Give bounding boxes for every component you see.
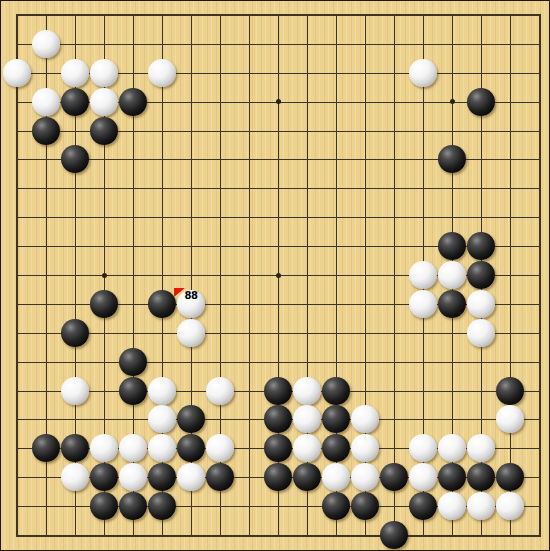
white-stone xyxy=(148,59,176,87)
white-stone xyxy=(409,261,437,289)
white-stone xyxy=(206,377,234,405)
black-stone xyxy=(351,492,379,520)
black-stone xyxy=(148,492,176,520)
black-stone xyxy=(322,377,350,405)
white-stone xyxy=(409,290,437,318)
black-stone xyxy=(496,377,524,405)
white-stone xyxy=(438,492,466,520)
move-number-label: 88 xyxy=(177,290,205,318)
black-stone xyxy=(438,290,466,318)
black-stone xyxy=(467,88,495,116)
black-stone xyxy=(32,117,60,145)
black-stone xyxy=(148,290,176,318)
white-stone xyxy=(409,59,437,87)
black-stone xyxy=(467,261,495,289)
black-stone xyxy=(90,117,118,145)
white-stone xyxy=(3,59,31,87)
black-stone xyxy=(90,492,118,520)
black-stone xyxy=(438,232,466,260)
white-stone xyxy=(467,319,495,347)
black-stone xyxy=(61,88,89,116)
black-stone xyxy=(119,88,147,116)
white-stone xyxy=(32,88,60,116)
white-stone xyxy=(32,30,60,58)
white-stone xyxy=(467,290,495,318)
white-stone xyxy=(90,59,118,87)
star-point xyxy=(450,99,455,104)
black-stone xyxy=(119,377,147,405)
white-stone xyxy=(90,88,118,116)
black-stone xyxy=(322,492,350,520)
black-stone xyxy=(264,377,292,405)
white-stone: 88 xyxy=(177,290,205,318)
black-stone xyxy=(380,521,408,549)
black-stone xyxy=(467,232,495,260)
white-stone xyxy=(61,377,89,405)
black-stone xyxy=(90,290,118,318)
white-stone xyxy=(177,319,205,347)
black-stone xyxy=(409,492,437,520)
black-stone xyxy=(119,492,147,520)
white-stone xyxy=(61,59,89,87)
white-stone xyxy=(467,492,495,520)
black-stone xyxy=(119,348,147,376)
star-point xyxy=(102,273,107,278)
black-stone xyxy=(61,319,89,347)
white-stone xyxy=(496,492,524,520)
white-stone xyxy=(148,377,176,405)
star-point xyxy=(276,273,281,278)
star-point xyxy=(276,99,281,104)
go-board: 88 xyxy=(0,0,550,551)
white-stone xyxy=(438,261,466,289)
white-stone xyxy=(293,377,321,405)
